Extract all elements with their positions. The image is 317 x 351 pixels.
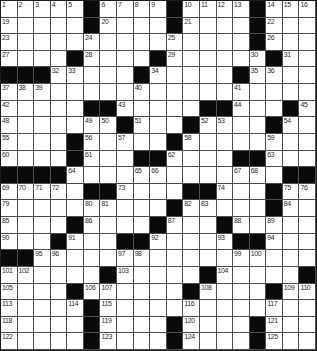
white-cell-r20c15[interactable] [233,317,250,334]
white-cell-r3c7[interactable] [100,34,117,51]
white-cell-r18c14[interactable] [217,284,234,301]
white-cell-r6c19[interactable] [299,84,316,101]
white-cell-r11c14[interactable] [217,167,234,184]
white-cell-r10c17[interactable]: 63 [266,151,283,168]
white-cell-r21c7[interactable]: 123 [100,333,117,350]
white-cell-r16c17[interactable] [266,250,283,267]
white-cell-r14c11[interactable]: 87 [167,217,184,234]
white-cell-r4c16[interactable]: 30 [250,51,267,68]
white-cell-r13c7[interactable]: 81 [100,200,117,217]
white-cell-r3c15[interactable] [233,34,250,51]
white-cell-r12c19[interactable]: 76 [299,184,316,201]
white-cell-r17c10[interactable] [150,267,167,284]
white-cell-r2c19[interactable] [299,18,316,35]
white-cell-r7c4[interactable] [51,101,68,118]
white-cell-r17c8[interactable]: 103 [117,267,134,284]
white-cell-r13c10[interactable] [150,200,167,217]
white-cell-r1c8[interactable]: 7 [117,1,134,18]
white-cell-r3c2[interactable] [18,34,35,51]
white-cell-r4c11[interactable]: 29 [167,51,184,68]
white-cell-r8c19[interactable] [299,117,316,134]
white-cell-r1c14[interactable]: 12 [217,1,234,18]
white-cell-r6c1[interactable]: 37 [1,84,18,101]
white-cell-r10c13[interactable] [200,151,217,168]
white-cell-r19c1[interactable]: 113 [1,300,18,317]
white-cell-r15c3[interactable] [34,234,51,251]
white-cell-r10c19[interactable] [299,151,316,168]
white-cell-r2c1[interactable]: 19 [1,18,18,35]
white-cell-r13c8[interactable] [117,200,134,217]
white-cell-r6c15[interactable]: 41 [233,84,250,101]
white-cell-r15c18[interactable] [283,234,300,251]
white-cell-r11c15[interactable]: 67 [233,167,250,184]
white-cell-r6c5[interactable] [67,84,84,101]
white-cell-r14c12[interactable] [183,217,200,234]
white-cell-r10c18[interactable] [283,151,300,168]
white-cell-r6c16[interactable] [250,84,267,101]
white-cell-r21c17[interactable]: 125 [266,333,283,350]
white-cell-r1c5[interactable]: 5 [67,1,84,18]
white-cell-r13c9[interactable] [134,200,151,217]
white-cell-r1c15[interactable]: 13 [233,1,250,18]
white-cell-r1c13[interactable]: 11 [200,1,217,18]
white-cell-r8c1[interactable]: 48 [1,117,18,134]
white-cell-r1c10[interactable]: 9 [150,1,167,18]
white-cell-r14c3[interactable] [34,217,51,234]
white-cell-r7c1[interactable]: 42 [1,101,18,118]
white-cell-r13c6[interactable]: 80 [84,200,101,217]
white-cell-r3c19[interactable] [299,34,316,51]
white-cell-r8c7[interactable]: 50 [100,117,117,134]
white-cell-r1c2[interactable]: 2 [18,1,35,18]
white-cell-r12c18[interactable]: 75 [283,184,300,201]
white-cell-r3c12[interactable] [183,34,200,51]
white-cell-r11c10[interactable]: 66 [150,167,167,184]
white-cell-r9c12[interactable]: 58 [183,134,200,151]
white-cell-r8c6[interactable]: 49 [84,117,101,134]
white-cell-r18c19[interactable]: 110 [299,284,316,301]
white-cell-r14c1[interactable]: 85 [1,217,18,234]
white-cell-r19c15[interactable] [233,300,250,317]
white-cell-r7c19[interactable]: 45 [299,101,316,118]
white-cell-r19c11[interactable] [167,300,184,317]
white-cell-r5c12[interactable] [183,67,200,84]
white-cell-r19c19[interactable] [299,300,316,317]
white-cell-r10c7[interactable] [100,151,117,168]
white-cell-r3c8[interactable] [117,34,134,51]
white-cell-r9c19[interactable] [299,134,316,151]
white-cell-r18c3[interactable] [34,284,51,301]
white-cell-r16c7[interactable] [100,250,117,267]
white-cell-r14c19[interactable] [299,217,316,234]
white-cell-r18c13[interactable]: 108 [200,284,217,301]
white-cell-r10c6[interactable]: 61 [84,151,101,168]
white-cell-r18c10[interactable] [150,284,167,301]
white-cell-r8c2[interactable] [18,117,35,134]
white-cell-r5c16[interactable]: 35 [250,67,267,84]
white-cell-r11c7[interactable] [100,167,117,184]
white-cell-r5c14[interactable] [217,67,234,84]
white-cell-r17c1[interactable]: 101 [1,267,18,284]
white-cell-r7c11[interactable] [167,101,184,118]
white-cell-r18c1[interactable]: 105 [1,284,18,301]
white-cell-r6c10[interactable] [150,84,167,101]
white-cell-r14c15[interactable]: 88 [233,217,250,234]
white-cell-r11c8[interactable] [117,167,134,184]
white-cell-r19c16[interactable] [250,300,267,317]
white-cell-r9c16[interactable] [250,134,267,151]
white-cell-r10c8[interactable] [117,151,134,168]
white-cell-r21c15[interactable] [233,333,250,350]
white-cell-r4c12[interactable] [183,51,200,68]
white-cell-r17c5[interactable] [67,267,84,284]
white-cell-r2c12[interactable]: 21 [183,18,200,35]
white-cell-r2c18[interactable] [283,18,300,35]
white-cell-r3c9[interactable] [134,34,151,51]
white-cell-r7c10[interactable] [150,101,167,118]
white-cell-r8c15[interactable] [233,117,250,134]
white-cell-r16c4[interactable]: 96 [51,250,68,267]
white-cell-r9c4[interactable] [51,134,68,151]
white-cell-r14c6[interactable]: 86 [84,217,101,234]
white-cell-r1c7[interactable]: 6 [100,1,117,18]
white-cell-r5c4[interactable]: 32 [51,67,68,84]
white-cell-r2c5[interactable] [67,18,84,35]
white-cell-r20c19[interactable] [299,317,316,334]
white-cell-r12c2[interactable]: 70 [18,184,35,201]
white-cell-r16c12[interactable] [183,250,200,267]
white-cell-r20c10[interactable] [150,317,167,334]
white-cell-r10c12[interactable] [183,151,200,168]
white-cell-r19c3[interactable] [34,300,51,317]
white-cell-r10c14[interactable] [217,151,234,168]
white-cell-r5c18[interactable] [283,67,300,84]
white-cell-r8c16[interactable] [250,117,267,134]
white-cell-r13c19[interactable] [299,200,316,217]
white-cell-r20c12[interactable]: 120 [183,317,200,334]
white-cell-r4c2[interactable] [18,51,35,68]
white-cell-r8c11[interactable] [167,117,184,134]
white-cell-r19c10[interactable] [150,300,167,317]
white-cell-r17c18[interactable] [283,267,300,284]
white-cell-r13c14[interactable] [217,200,234,217]
white-cell-r2c14[interactable] [217,18,234,35]
white-cell-r7c8[interactable]: 43 [117,101,134,118]
white-cell-r11c17[interactable] [266,167,283,184]
white-cell-r16c15[interactable]: 99 [233,250,250,267]
white-cell-r16c18[interactable] [283,250,300,267]
white-cell-r1c9[interactable]: 8 [134,1,151,18]
white-cell-r1c1[interactable]: 1 [1,1,18,18]
white-cell-r15c6[interactable] [84,234,101,251]
white-cell-r19c14[interactable] [217,300,234,317]
white-cell-r18c4[interactable] [51,284,68,301]
white-cell-r20c5[interactable] [67,317,84,334]
white-cell-r19c9[interactable] [134,300,151,317]
white-cell-r4c18[interactable]: 31 [283,51,300,68]
white-cell-r9c13[interactable] [200,134,217,151]
white-cell-r14c2[interactable] [18,217,35,234]
white-cell-r17c17[interactable] [266,267,283,284]
white-cell-r21c2[interactable] [18,333,35,350]
white-cell-r6c14[interactable] [217,84,234,101]
white-cell-r20c4[interactable] [51,317,68,334]
white-cell-r19c8[interactable] [117,300,134,317]
white-cell-r10c2[interactable] [18,151,35,168]
white-cell-r1c4[interactable]: 4 [51,1,68,18]
white-cell-r17c3[interactable] [34,267,51,284]
white-cell-r8c14[interactable]: 53 [217,117,234,134]
white-cell-r6c17[interactable] [266,84,283,101]
white-cell-r16c3[interactable]: 95 [34,250,51,267]
white-cell-r14c4[interactable] [51,217,68,234]
white-cell-r11c5[interactable]: 64 [67,167,84,184]
white-cell-r19c2[interactable] [18,300,35,317]
white-cell-r21c3[interactable] [34,333,51,350]
white-cell-r1c12[interactable]: 10 [183,1,200,18]
white-cell-r21c10[interactable] [150,333,167,350]
white-cell-r18c6[interactable]: 106 [84,284,101,301]
white-cell-r15c12[interactable] [183,234,200,251]
white-cell-r11c12[interactable] [183,167,200,184]
white-cell-r8c3[interactable] [34,117,51,134]
white-cell-r9c15[interactable] [233,134,250,151]
white-cell-r4c19[interactable] [299,51,316,68]
white-cell-r21c9[interactable] [134,333,151,350]
white-cell-r18c11[interactable] [167,284,184,301]
white-cell-r14c13[interactable] [200,217,217,234]
white-cell-r7c2[interactable] [18,101,35,118]
white-cell-r1c19[interactable]: 16 [299,1,316,18]
white-cell-r4c8[interactable] [117,51,134,68]
white-cell-r4c4[interactable] [51,51,68,68]
white-cell-r2c8[interactable] [117,18,134,35]
white-cell-r19c17[interactable]: 117 [266,300,283,317]
white-cell-r5c13[interactable] [200,67,217,84]
white-cell-r21c13[interactable] [200,333,217,350]
white-cell-r16c6[interactable] [84,250,101,267]
white-cell-r12c14[interactable]: 74 [217,184,234,201]
white-cell-r17c9[interactable] [134,267,151,284]
white-cell-r7c15[interactable]: 44 [233,101,250,118]
white-cell-r10c11[interactable]: 62 [167,151,184,168]
white-cell-r7c3[interactable] [34,101,51,118]
white-cell-r2c15[interactable] [233,18,250,35]
white-cell-r3c10[interactable] [150,34,167,51]
white-cell-r20c18[interactable] [283,317,300,334]
white-cell-r6c11[interactable] [167,84,184,101]
white-cell-r16c10[interactable] [150,250,167,267]
white-cell-r9c18[interactable] [283,134,300,151]
white-cell-r2c13[interactable] [200,18,217,35]
white-cell-r8c18[interactable]: 54 [283,117,300,134]
white-cell-r19c12[interactable]: 116 [183,300,200,317]
white-cell-r20c8[interactable] [117,317,134,334]
white-cell-r6c3[interactable]: 39 [34,84,51,101]
white-cell-r19c13[interactable] [200,300,217,317]
white-cell-r13c16[interactable] [250,200,267,217]
white-cell-r8c13[interactable]: 52 [200,117,217,134]
white-cell-r12c10[interactable] [150,184,167,201]
white-cell-r1c18[interactable]: 15 [283,1,300,18]
white-cell-r4c3[interactable] [34,51,51,68]
white-cell-r7c16[interactable] [250,101,267,118]
white-cell-r5c6[interactable] [84,67,101,84]
white-cell-r5c19[interactable] [299,67,316,84]
white-cell-r14c16[interactable] [250,217,267,234]
white-cell-r10c3[interactable] [34,151,51,168]
white-cell-r17c6[interactable] [84,267,101,284]
white-cell-r5c7[interactable] [100,67,117,84]
white-cell-r18c16[interactable] [250,284,267,301]
white-cell-r11c9[interactable]: 65 [134,167,151,184]
white-cell-r9c2[interactable] [18,134,35,151]
white-cell-r4c6[interactable]: 28 [84,51,101,68]
white-cell-r9c14[interactable] [217,134,234,151]
white-cell-r1c3[interactable]: 3 [34,1,51,18]
white-cell-r12c5[interactable] [67,184,84,201]
white-cell-r4c14[interactable] [217,51,234,68]
white-cell-r2c4[interactable] [51,18,68,35]
white-cell-r15c5[interactable]: 91 [67,234,84,251]
white-cell-r7c5[interactable] [67,101,84,118]
white-cell-r6c18[interactable] [283,84,300,101]
white-cell-r4c1[interactable]: 27 [1,51,18,68]
white-cell-r4c7[interactable] [100,51,117,68]
white-cell-r11c11[interactable] [167,167,184,184]
white-cell-r16c16[interactable]: 100 [250,250,267,267]
white-cell-r21c14[interactable] [217,333,234,350]
white-cell-r15c7[interactable] [100,234,117,251]
white-cell-r18c18[interactable]: 109 [283,284,300,301]
white-cell-r15c19[interactable] [299,234,316,251]
white-cell-r15c1[interactable]: 90 [1,234,18,251]
white-cell-r9c8[interactable]: 57 [117,134,134,151]
white-cell-r19c18[interactable] [283,300,300,317]
white-cell-r13c3[interactable] [34,200,51,217]
white-cell-r18c9[interactable] [134,284,151,301]
white-cell-r12c1[interactable]: 69 [1,184,18,201]
white-cell-r13c13[interactable]: 83 [200,200,217,217]
white-cell-r7c12[interactable] [183,101,200,118]
white-cell-r15c13[interactable] [200,234,217,251]
white-cell-r12c3[interactable]: 71 [34,184,51,201]
white-cell-r10c1[interactable]: 60 [1,151,18,168]
white-cell-r3c6[interactable]: 24 [84,34,101,51]
white-cell-r21c1[interactable]: 122 [1,333,18,350]
white-cell-r9c7[interactable] [100,134,117,151]
white-cell-r2c3[interactable] [34,18,51,35]
white-cell-r16c13[interactable] [200,250,217,267]
white-cell-r13c1[interactable]: 79 [1,200,18,217]
white-cell-r2c17[interactable]: 22 [266,18,283,35]
white-cell-r14c7[interactable] [100,217,117,234]
white-cell-r4c9[interactable] [134,51,151,68]
white-cell-r11c13[interactable] [200,167,217,184]
white-cell-r21c8[interactable] [117,333,134,350]
white-cell-r20c14[interactable] [217,317,234,334]
white-cell-r2c2[interactable] [18,18,35,35]
white-cell-r11c6[interactable] [84,167,101,184]
white-cell-r21c12[interactable]: 124 [183,333,200,350]
white-cell-r4c13[interactable] [200,51,217,68]
white-cell-r17c2[interactable]: 102 [18,267,35,284]
white-cell-r16c8[interactable]: 97 [117,250,134,267]
white-cell-r2c9[interactable] [134,18,151,35]
white-cell-r20c17[interactable]: 121 [266,317,283,334]
white-cell-r6c7[interactable] [100,84,117,101]
white-cell-r5c11[interactable] [167,67,184,84]
white-cell-r20c2[interactable] [18,317,35,334]
white-cell-r3c14[interactable] [217,34,234,51]
white-cell-r9c9[interactable] [134,134,151,151]
white-cell-r18c7[interactable]: 107 [100,284,117,301]
white-cell-r4c15[interactable] [233,51,250,68]
white-cell-r6c9[interactable]: 40 [134,84,151,101]
white-cell-r17c11[interactable] [167,267,184,284]
white-cell-r3c3[interactable] [34,34,51,51]
white-cell-r3c11[interactable]: 25 [167,34,184,51]
white-cell-r19c4[interactable] [51,300,68,317]
white-cell-r6c12[interactable] [183,84,200,101]
white-cell-r20c3[interactable] [34,317,51,334]
white-cell-r12c15[interactable] [233,184,250,201]
white-cell-r18c15[interactable] [233,284,250,301]
white-cell-r13c15[interactable] [233,200,250,217]
white-cell-r5c8[interactable] [117,67,134,84]
white-cell-r12c9[interactable] [134,184,151,201]
white-cell-r15c2[interactable] [18,234,35,251]
white-cell-r3c5[interactable] [67,34,84,51]
white-cell-r3c18[interactable] [283,34,300,51]
white-cell-r13c2[interactable] [18,200,35,217]
white-cell-r12c11[interactable] [167,184,184,201]
white-cell-r12c8[interactable]: 73 [117,184,134,201]
white-cell-r9c1[interactable]: 55 [1,134,18,151]
white-cell-r14c8[interactable] [117,217,134,234]
white-cell-r15c14[interactable]: 93 [217,234,234,251]
white-cell-r3c4[interactable] [51,34,68,51]
white-cell-r21c19[interactable] [299,333,316,350]
white-cell-r17c4[interactable] [51,267,68,284]
white-cell-r16c19[interactable] [299,250,316,267]
white-cell-r14c18[interactable] [283,217,300,234]
white-cell-r8c10[interactable] [150,117,167,134]
white-cell-r9c17[interactable]: 59 [266,134,283,151]
white-cell-r12c16[interactable] [250,184,267,201]
white-cell-r6c2[interactable]: 38 [18,84,35,101]
white-cell-r19c5[interactable]: 114 [67,300,84,317]
white-cell-r6c6[interactable] [84,84,101,101]
white-cell-r15c10[interactable]: 92 [150,234,167,251]
white-cell-r14c9[interactable] [134,217,151,234]
white-cell-r16c11[interactable] [167,250,184,267]
white-cell-r20c1[interactable]: 118 [1,317,18,334]
white-cell-r9c10[interactable] [150,134,167,151]
white-cell-r2c10[interactable] [150,18,167,35]
white-cell-r3c13[interactable] [200,34,217,51]
white-cell-r6c8[interactable] [117,84,134,101]
white-cell-r7c9[interactable] [134,101,151,118]
white-cell-r8c5[interactable] [67,117,84,134]
white-cell-r15c11[interactable] [167,234,184,251]
white-cell-r20c7[interactable]: 119 [100,317,117,334]
white-cell-r21c18[interactable] [283,333,300,350]
white-cell-r5c10[interactable]: 34 [150,67,167,84]
white-cell-r5c17[interactable]: 36 [266,67,283,84]
white-cell-r6c4[interactable] [51,84,68,101]
white-cell-r13c5[interactable] [67,200,84,217]
